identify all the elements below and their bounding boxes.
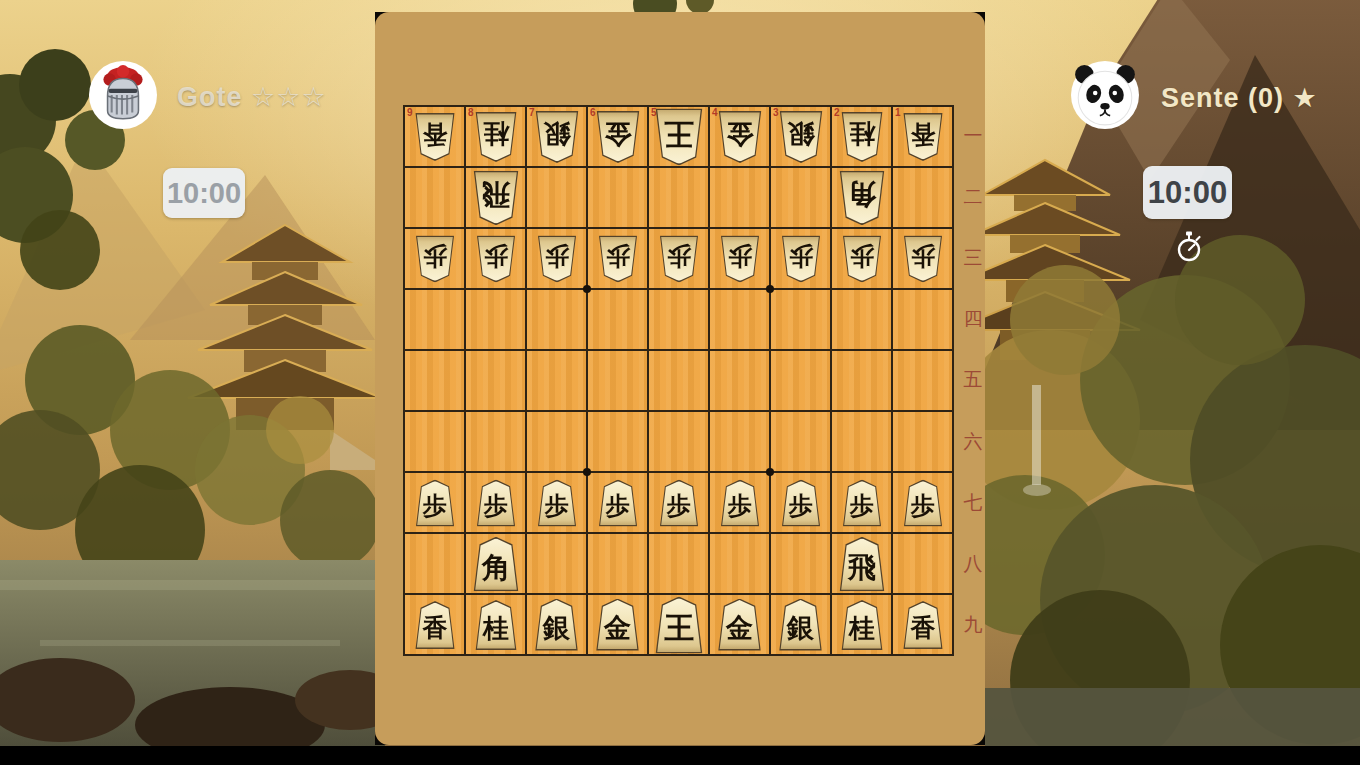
board-cell[interactable]: 桂: [832, 595, 891, 654]
shogi-piece-歩-gote[interactable]: 歩: [414, 235, 455, 282]
piece-kanji: 歩: [483, 244, 507, 273]
board-cell[interactable]: 歩: [527, 229, 586, 288]
sente-player-name: Sente (0) ★: [1161, 82, 1318, 114]
board-cell[interactable]: 2桂: [832, 107, 891, 166]
piece-face: 歩: [659, 236, 698, 280]
piece-kanji: 金: [726, 121, 753, 153]
board-cell[interactable]: 7銀: [527, 107, 586, 166]
piece-kanji: 歩: [788, 244, 812, 273]
board-cell[interactable]: 歩: [405, 229, 464, 288]
gote-player-name: Gote ☆☆☆: [177, 81, 327, 113]
piece-face: 歩: [476, 236, 515, 280]
board-cell[interactable]: [893, 351, 952, 410]
piece-face: 歩: [537, 236, 576, 280]
board-cell[interactable]: 1香: [893, 107, 952, 166]
board-cell[interactable]: 金: [588, 595, 647, 654]
piece-face: 金: [718, 600, 761, 649]
shogi-piece-歩-gote[interactable]: 歩: [536, 235, 577, 282]
piece-face: 桂: [475, 601, 516, 648]
board-cell[interactable]: [405, 168, 464, 227]
shogi-piece-桂-sente[interactable]: 桂: [473, 600, 517, 650]
piece-face: 桂: [475, 113, 516, 160]
board-cell[interactable]: [405, 351, 464, 410]
piece-kanji: 桂: [483, 609, 509, 640]
piece-kanji: 香: [910, 610, 935, 639]
piece-face: 銀: [779, 600, 822, 649]
shogi-piece-歩-sente[interactable]: 歩: [780, 479, 821, 526]
shogi-piece-香-sente[interactable]: 香: [413, 601, 455, 649]
board-cell[interactable]: 歩: [710, 229, 769, 288]
board-cell[interactable]: 6金: [588, 107, 647, 166]
piece-kanji: 銀: [787, 609, 814, 641]
board-cell[interactable]: [527, 290, 586, 349]
board-cell[interactable]: 歩: [771, 473, 830, 532]
shogi-piece-銀-gote[interactable]: 銀: [534, 111, 580, 163]
board-cell[interactable]: [893, 168, 952, 227]
piece-face: 香: [415, 602, 455, 647]
piece-face: 歩: [598, 236, 637, 280]
piece-kanji: 王: [664, 119, 694, 154]
board-cell[interactable]: [649, 534, 708, 593]
shogi-piece-歩-sente[interactable]: 歩: [475, 479, 516, 526]
hoshi-dot: [766, 285, 774, 293]
panda-icon: [1071, 61, 1139, 129]
piece-kanji: 飛: [481, 181, 509, 215]
piece-face: 王: [655, 598, 702, 652]
file-label: 5: [651, 107, 657, 119]
piece-kanji: 歩: [910, 244, 934, 273]
board-cell[interactable]: [710, 168, 769, 227]
shogi-piece-銀-sente[interactable]: 銀: [534, 599, 580, 651]
piece-face: 歩: [598, 480, 637, 524]
board-cell[interactable]: 香: [893, 595, 952, 654]
piece-face: 角: [839, 172, 884, 223]
board-cell[interactable]: 飛: [832, 534, 891, 593]
board-cell[interactable]: [527, 534, 586, 593]
piece-kanji: 王: [664, 607, 694, 642]
piece-face: 銀: [779, 112, 822, 161]
piece-face: 香: [415, 114, 455, 159]
board-cell[interactable]: [771, 290, 830, 349]
shogi-piece-歩-gote[interactable]: 歩: [902, 235, 943, 282]
piece-face: 歩: [903, 480, 942, 524]
board-cell[interactable]: 歩: [893, 229, 952, 288]
piece-kanji: 歩: [788, 488, 812, 517]
shogi-piece-香-gote[interactable]: 香: [901, 113, 943, 161]
piece-face: 銀: [535, 600, 578, 649]
file-label: 1: [895, 107, 901, 119]
piece-face: 金: [596, 112, 639, 161]
piece-kanji: 歩: [727, 488, 751, 517]
shogi-piece-歩-sente[interactable]: 歩: [719, 479, 760, 526]
board-cell[interactable]: 歩: [466, 229, 525, 288]
piece-face: 歩: [659, 480, 698, 524]
rank-label: 八: [960, 534, 986, 595]
sente-clock: 10:00: [1143, 166, 1232, 219]
board-cell[interactable]: 飛: [466, 168, 525, 227]
board-cell[interactable]: [527, 168, 586, 227]
board-cell[interactable]: 3銀: [771, 107, 830, 166]
board-cell[interactable]: 4金: [710, 107, 769, 166]
board-cell[interactable]: 5王: [649, 107, 708, 166]
file-label: 2: [834, 107, 840, 119]
rank-label: 二: [960, 166, 986, 227]
piece-kanji: 銀: [543, 609, 570, 641]
shogi-piece-金-gote[interactable]: 金: [595, 111, 641, 163]
board-cell[interactable]: [405, 412, 464, 471]
shogi-piece-歩-gote[interactable]: 歩: [841, 235, 882, 282]
board-cell[interactable]: [588, 168, 647, 227]
board-cell[interactable]: [710, 534, 769, 593]
piece-face: 銀: [535, 112, 578, 161]
piece-face: 金: [596, 600, 639, 649]
shogi-piece-歩-gote[interactable]: 歩: [719, 235, 760, 282]
piece-face: 歩: [476, 480, 515, 524]
board-cell[interactable]: 歩: [466, 473, 525, 532]
rank-labels: 一二三四五六七八九: [960, 105, 986, 656]
file-label: 3: [773, 107, 779, 119]
piece-face: 角: [473, 538, 518, 589]
piece-kanji: 歩: [605, 244, 629, 273]
piece-kanji: 歩: [666, 244, 690, 273]
piece-face: 飛: [473, 172, 518, 223]
shogi-piece-桂-sente[interactable]: 桂: [839, 600, 883, 650]
rank-label: 四: [960, 289, 986, 350]
board-cell[interactable]: [588, 290, 647, 349]
board-cell[interactable]: 歩: [405, 473, 464, 532]
rank-label: 七: [960, 472, 986, 533]
board-cell[interactable]: 歩: [771, 229, 830, 288]
shogi-piece-歩-sente[interactable]: 歩: [597, 479, 638, 526]
shogi-piece-金-gote[interactable]: 金: [717, 111, 763, 163]
board-cell[interactable]: 金: [710, 595, 769, 654]
board-cell[interactable]: 香: [405, 595, 464, 654]
shogi-piece-金-sente[interactable]: 金: [595, 599, 641, 651]
piece-kanji: 歩: [422, 244, 446, 273]
shogi-piece-歩-gote[interactable]: 歩: [475, 235, 516, 282]
piece-kanji: 香: [910, 122, 935, 151]
board-cell[interactable]: 9香: [405, 107, 464, 166]
shogi-piece-歩-gote[interactable]: 歩: [597, 235, 638, 282]
piece-kanji: 歩: [727, 244, 751, 273]
piece-kanji: 銀: [543, 121, 570, 153]
board-cell[interactable]: 歩: [527, 473, 586, 532]
board-cell[interactable]: 桂: [466, 595, 525, 654]
piece-kanji: 歩: [910, 488, 934, 517]
board-cell[interactable]: [649, 351, 708, 410]
board-cell[interactable]: 歩: [649, 473, 708, 532]
file-label: 4: [712, 107, 718, 119]
board-cell[interactable]: [771, 168, 830, 227]
rank-label: 五: [960, 350, 986, 411]
board-cell[interactable]: [771, 351, 830, 410]
piece-face: 飛: [839, 538, 884, 589]
board-cell[interactable]: [832, 412, 891, 471]
board-cell[interactable]: [710, 412, 769, 471]
shogi-app: 9香8桂7銀6金5王4金3銀2桂1香飛角歩歩歩歩歩歩歩歩歩歩歩歩歩歩歩歩歩歩角飛…: [0, 0, 1360, 765]
shogi-piece-銀-gote[interactable]: 銀: [778, 111, 824, 163]
piece-kanji: 歩: [849, 244, 873, 273]
piece-kanji: 桂: [849, 121, 875, 152]
piece-face: 桂: [841, 113, 882, 160]
piece-kanji: 銀: [787, 121, 814, 153]
hoshi-dot: [766, 468, 774, 476]
board-cell[interactable]: [527, 412, 586, 471]
piece-kanji: 香: [422, 610, 447, 639]
shogi-piece-歩-gote[interactable]: 歩: [780, 235, 821, 282]
piece-kanji: 桂: [849, 609, 875, 640]
piece-kanji: 歩: [849, 488, 873, 517]
board-cell[interactable]: [466, 412, 525, 471]
piece-kanji: 香: [422, 122, 447, 151]
board-cell[interactable]: 角: [466, 534, 525, 593]
shogi-piece-王-gote[interactable]: 王: [653, 108, 704, 165]
piece-kanji: 角: [481, 547, 509, 581]
piece-face: 桂: [841, 601, 882, 648]
piece-face: 歩: [415, 480, 454, 524]
shogi-piece-王-sente[interactable]: 王: [653, 596, 704, 653]
board-cell[interactable]: 歩: [588, 473, 647, 532]
shogi-piece-歩-sente[interactable]: 歩: [902, 479, 943, 526]
piece-kanji: 歩: [666, 488, 690, 517]
piece-face: 歩: [720, 236, 759, 280]
piece-kanji: 歩: [605, 488, 629, 517]
shogi-board-panel: 9香8桂7銀6金5王4金3銀2桂1香飛角歩歩歩歩歩歩歩歩歩歩歩歩歩歩歩歩歩歩角飛…: [375, 12, 985, 745]
shogi-piece-飛-sente[interactable]: 飛: [837, 536, 885, 591]
shogi-piece-歩-sente[interactable]: 歩: [536, 479, 577, 526]
piece-kanji: 桂: [483, 121, 509, 152]
piece-kanji: 角: [847, 181, 875, 215]
shogi-piece-角-sente[interactable]: 角: [471, 536, 519, 591]
board-cell[interactable]: [710, 290, 769, 349]
shogi-piece-金-sente[interactable]: 金: [717, 599, 763, 651]
board-cell[interactable]: [893, 534, 952, 593]
piece-kanji: 金: [726, 609, 753, 641]
shogi-piece-飛-gote[interactable]: 飛: [471, 170, 519, 225]
piece-kanji: 歩: [544, 244, 568, 273]
board-cell[interactable]: [527, 351, 586, 410]
piece-face: 歩: [842, 236, 881, 280]
board-cell[interactable]: [405, 534, 464, 593]
board-cell[interactable]: 角: [832, 168, 891, 227]
board-cell[interactable]: 8桂: [466, 107, 525, 166]
shogi-piece-歩-sente[interactable]: 歩: [658, 479, 699, 526]
shogi-piece-角-gote[interactable]: 角: [837, 170, 885, 225]
board-cell[interactable]: [832, 351, 891, 410]
shogi-piece-歩-sente[interactable]: 歩: [414, 479, 455, 526]
bottom-bar: [0, 746, 1360, 765]
piece-face: 歩: [781, 480, 820, 524]
board-cell[interactable]: [893, 290, 952, 349]
hoshi-dot: [583, 468, 591, 476]
board-cell[interactable]: 銀: [771, 595, 830, 654]
piece-face: 歩: [781, 236, 820, 280]
file-label: 9: [407, 107, 413, 119]
piece-face: 香: [903, 114, 943, 159]
piece-face: 王: [655, 110, 702, 164]
hoshi-dot: [583, 285, 591, 293]
shogi-piece-銀-sente[interactable]: 銀: [778, 599, 824, 651]
board-cell[interactable]: [649, 412, 708, 471]
file-label: 8: [468, 107, 474, 119]
piece-kanji: 歩: [422, 488, 446, 517]
file-label: 6: [590, 107, 596, 119]
shogi-piece-香-sente[interactable]: 香: [901, 601, 943, 649]
knight-helmet-icon: [89, 61, 157, 129]
board-cell[interactable]: 歩: [588, 229, 647, 288]
piece-kanji: 飛: [847, 547, 875, 581]
gote-clock: 10:00: [163, 168, 245, 218]
shogi-piece-桂-gote[interactable]: 桂: [839, 112, 883, 162]
board-cell[interactable]: [588, 351, 647, 410]
piece-face: 歩: [842, 480, 881, 524]
board-cell[interactable]: [405, 290, 464, 349]
piece-kanji: 歩: [544, 488, 568, 517]
piece-face: 金: [718, 112, 761, 161]
piece-face: 歩: [903, 236, 942, 280]
shogi-grid: 9香8桂7銀6金5王4金3銀2桂1香飛角歩歩歩歩歩歩歩歩歩歩歩歩歩歩歩歩歩歩角飛…: [403, 105, 954, 656]
board-cell[interactable]: 歩: [710, 473, 769, 532]
piece-kanji: 金: [604, 609, 631, 641]
rank-label: 六: [960, 411, 986, 472]
rank-label: 三: [960, 227, 986, 288]
board-cell[interactable]: [649, 168, 708, 227]
piece-face: 歩: [720, 480, 759, 524]
piece-face: 歩: [415, 236, 454, 280]
shogi-piece-桂-gote[interactable]: 桂: [473, 112, 517, 162]
board-cell[interactable]: [466, 351, 525, 410]
board-cell[interactable]: 王: [649, 595, 708, 654]
board-cell[interactable]: [588, 412, 647, 471]
rank-label: 九: [960, 595, 986, 656]
shogi-piece-歩-sente[interactable]: 歩: [841, 479, 882, 526]
board-cell[interactable]: 歩: [893, 473, 952, 532]
board-cell[interactable]: 歩: [832, 473, 891, 532]
shogi-piece-香-gote[interactable]: 香: [413, 113, 455, 161]
piece-face: 歩: [537, 480, 576, 524]
board-cell[interactable]: 歩: [832, 229, 891, 288]
rank-label: 一: [960, 105, 986, 166]
board-cell[interactable]: [588, 534, 647, 593]
file-label: 7: [529, 107, 535, 119]
shogi-piece-歩-gote[interactable]: 歩: [658, 235, 699, 282]
board-cell[interactable]: [649, 290, 708, 349]
piece-kanji: 歩: [483, 488, 507, 517]
board-cell[interactable]: [771, 534, 830, 593]
stopwatch-icon: [1176, 231, 1202, 263]
board-cell[interactable]: [771, 412, 830, 471]
board-cell[interactable]: 歩: [649, 229, 708, 288]
board-cell[interactable]: [466, 290, 525, 349]
piece-face: 香: [903, 602, 943, 647]
board-cell[interactable]: [832, 290, 891, 349]
board-cell[interactable]: [893, 412, 952, 471]
board-cell[interactable]: 銀: [527, 595, 586, 654]
board-cell[interactable]: [710, 351, 769, 410]
piece-kanji: 金: [604, 121, 631, 153]
